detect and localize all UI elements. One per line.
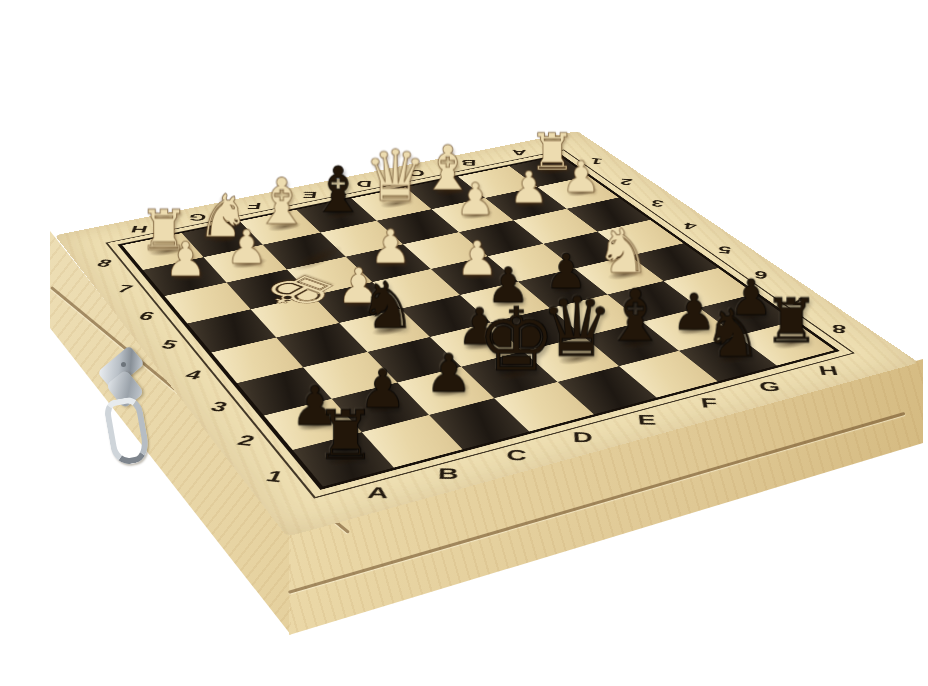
piece-glyph: ♞ bbox=[698, 303, 769, 366]
clasp-screw-icon bbox=[121, 362, 126, 367]
piece-glyph: ♟ bbox=[153, 238, 218, 283]
piece-glyph: ♟ bbox=[215, 225, 279, 269]
piece-glyph: ♟ bbox=[445, 178, 506, 220]
piece-glyph: ♚ bbox=[477, 299, 549, 383]
piece-glyph: ♞ bbox=[353, 276, 422, 337]
piece-glyph: ♞ bbox=[590, 223, 655, 281]
chess-box-photo-scene: AHBGCFDEEDFCGBHA8172635445362718 ♜♞♝♝♛♝♜… bbox=[0, 0, 928, 686]
piece-glyph: ♟ bbox=[413, 348, 486, 398]
piece-glyph: ♟ bbox=[499, 167, 559, 209]
piece-glyph: ♜ bbox=[307, 404, 384, 468]
